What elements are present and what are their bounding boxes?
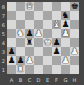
square-e8[interactable] <box>43 2 52 11</box>
file-label-h: H <box>71 76 79 84</box>
file-label-d: D <box>35 76 43 84</box>
white-bishop-f6: ♝ <box>52 20 60 29</box>
square-a3[interactable]: ♟ <box>7 47 16 56</box>
square-b2[interactable]: ♟ <box>16 56 25 65</box>
square-e3[interactable] <box>43 47 52 56</box>
white-pawn-h3: ♟ <box>70 47 78 56</box>
square-h5[interactable] <box>70 29 79 38</box>
black-pawn-a2: ♟ <box>7 56 15 65</box>
square-b7[interactable] <box>16 11 25 20</box>
square-f1[interactable] <box>52 65 61 74</box>
black-pawn-f4: ♟ <box>52 38 60 47</box>
rank-label-5: 5 <box>1 30 7 38</box>
rank-label-4: 4 <box>1 39 7 47</box>
square-c1[interactable] <box>25 65 34 74</box>
square-h3[interactable]: ♟ <box>70 47 79 56</box>
square-e6[interactable] <box>43 20 52 29</box>
square-d3[interactable] <box>34 47 43 56</box>
square-f2[interactable] <box>52 56 61 65</box>
square-f3[interactable]: ♟ <box>52 47 61 56</box>
square-h6[interactable] <box>70 20 79 29</box>
square-c2[interactable]: ♟ <box>25 56 34 65</box>
square-c3[interactable] <box>25 47 34 56</box>
square-b8[interactable] <box>16 2 25 11</box>
square-b6[interactable] <box>16 20 25 29</box>
square-a8[interactable] <box>7 2 16 11</box>
square-e7[interactable] <box>43 11 52 20</box>
square-f8[interactable] <box>52 2 61 11</box>
black-pawn-g6: ♟ <box>61 20 69 29</box>
square-c8[interactable]: ♛ <box>25 2 34 11</box>
black-pawn-a3: ♟ <box>7 47 15 56</box>
rank-label-3: 3 <box>1 48 7 56</box>
rank-label-1: 1 <box>1 66 7 74</box>
square-f4[interactable]: ♟ <box>52 38 61 47</box>
white-pawn-g2: ♟ <box>61 56 69 65</box>
square-d5[interactable]: ♟ <box>34 29 43 38</box>
square-e2[interactable] <box>43 56 52 65</box>
file-label-c: C <box>26 76 34 84</box>
black-pawn-b2: ♟ <box>16 56 24 65</box>
square-e4[interactable]: ♚ <box>43 38 52 47</box>
square-d8[interactable] <box>34 2 43 11</box>
white-queen-c8: ♛ <box>25 2 33 11</box>
square-b3[interactable] <box>16 47 25 56</box>
square-e1[interactable] <box>43 65 52 74</box>
black-rook-c4: ♜ <box>25 38 33 47</box>
square-a7[interactable] <box>7 11 16 20</box>
file-label-b: B <box>17 76 25 84</box>
white-king-e4: ♚ <box>43 38 51 47</box>
rank-label-6: 6 <box>1 21 7 29</box>
square-g3[interactable] <box>61 47 70 56</box>
square-g8[interactable] <box>61 2 70 11</box>
rank-label-8: 8 <box>1 3 7 11</box>
chess-diagram: 87654321 ♛♚♞♝♟♞♟♟♟♜♚♟♟♟♟♟♟♟♟♜ ABCDEFGH <box>0 0 84 85</box>
white-pawn-d5: ♟ <box>34 29 42 38</box>
square-g4[interactable] <box>61 38 70 47</box>
square-f7[interactable] <box>52 11 61 20</box>
chess-board[interactable]: ♛♚♞♝♟♞♟♟♟♜♚♟♟♟♟♟♟♟♟♜ <box>7 2 79 74</box>
square-g2[interactable]: ♟ <box>61 56 70 65</box>
square-b5[interactable]: ♞ <box>16 29 25 38</box>
file-label-a: A <box>8 76 16 84</box>
rank-label-7: 7 <box>1 12 7 20</box>
square-f5[interactable] <box>52 29 61 38</box>
square-e5[interactable] <box>43 29 52 38</box>
square-a1[interactable] <box>7 65 16 74</box>
square-h4[interactable] <box>70 38 79 47</box>
square-d6[interactable] <box>34 20 43 29</box>
file-labels: ABCDEFGH <box>7 75 79 84</box>
square-c6[interactable] <box>25 20 34 29</box>
square-f6[interactable]: ♝ <box>52 20 61 29</box>
file-label-g: G <box>62 76 70 84</box>
square-h1[interactable] <box>70 65 79 74</box>
square-c7[interactable] <box>25 11 34 20</box>
square-d4[interactable] <box>34 38 43 47</box>
file-label-f: F <box>53 76 61 84</box>
black-knight-g7: ♞ <box>61 11 69 20</box>
white-knight-b5: ♞ <box>16 29 24 38</box>
square-b4[interactable] <box>16 38 25 47</box>
square-d2[interactable] <box>34 56 43 65</box>
square-h2[interactable] <box>70 56 79 65</box>
white-pawn-c2: ♟ <box>25 56 33 65</box>
black-pawn-c5: ♟ <box>25 29 33 38</box>
square-h7[interactable] <box>70 11 79 20</box>
square-a2[interactable]: ♟ <box>7 56 16 65</box>
white-pawn-g5: ♟ <box>61 29 69 38</box>
square-d1[interactable] <box>34 65 43 74</box>
square-b1[interactable]: ♜ <box>16 65 25 74</box>
rank-labels: 87654321 <box>0 2 7 74</box>
black-king-h8: ♚ <box>70 2 78 11</box>
square-c4[interactable]: ♜ <box>25 38 34 47</box>
square-g5[interactable]: ♟ <box>61 29 70 38</box>
rank-label-2: 2 <box>1 57 7 65</box>
file-label-e: E <box>44 76 52 84</box>
black-pawn-f3: ♟ <box>52 47 60 56</box>
square-h8[interactable]: ♚ <box>70 2 79 11</box>
square-a5[interactable] <box>7 29 16 38</box>
square-g7[interactable]: ♞ <box>61 11 70 20</box>
white-rook-b1: ♜ <box>16 65 24 74</box>
square-g1[interactable] <box>61 65 70 74</box>
square-d7[interactable] <box>34 11 43 20</box>
square-c5[interactable]: ♟ <box>25 29 34 38</box>
square-a4[interactable] <box>7 38 16 47</box>
square-a6[interactable] <box>7 20 16 29</box>
square-g6[interactable]: ♟ <box>61 20 70 29</box>
